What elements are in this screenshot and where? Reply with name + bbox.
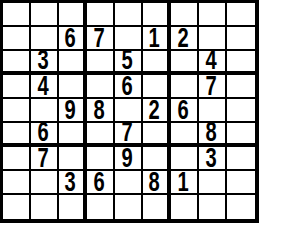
cell-r2c9[interactable]: [227, 27, 255, 51]
cell-r9c2[interactable]: [31, 195, 59, 219]
cell-r7c8[interactable]: 3: [199, 147, 227, 171]
cell-r3c1[interactable]: [3, 51, 31, 75]
cell-r7c2[interactable]: 7: [31, 147, 59, 171]
cell-r3c4[interactable]: [87, 51, 115, 75]
cell-r6c4[interactable]: [87, 123, 115, 147]
cell-r3c6[interactable]: [143, 51, 171, 75]
cell-r8c4[interactable]: 6: [87, 171, 115, 195]
given-digit: 4: [38, 74, 49, 97]
cell-r8c9[interactable]: [227, 171, 255, 195]
cell-r7c9[interactable]: [227, 147, 255, 171]
given-digit: 2: [149, 98, 160, 121]
cell-r9c8[interactable]: [199, 195, 227, 219]
cell-r5c9[interactable]: [227, 99, 255, 123]
given-digit: 9: [65, 98, 76, 121]
cell-r8c7[interactable]: 1: [171, 171, 199, 195]
cell-r1c1[interactable]: [3, 3, 31, 27]
given-digit: 7: [38, 146, 49, 169]
cell-r9c1[interactable]: [3, 195, 31, 219]
given-digit: 1: [149, 26, 160, 49]
given-digit: 6: [178, 98, 189, 121]
given-digit: 4: [206, 48, 217, 71]
cell-r8c5[interactable]: [115, 171, 143, 195]
cell-r4c5[interactable]: 6: [115, 75, 143, 99]
given-digit: 8: [206, 120, 217, 143]
cell-r1c5[interactable]: [115, 3, 143, 27]
cell-r2c7[interactable]: 2: [171, 27, 199, 51]
given-digit: 5: [122, 48, 133, 71]
cell-r7c5[interactable]: 9: [115, 147, 143, 171]
given-digit: 7: [94, 26, 105, 49]
cell-r8c8[interactable]: [199, 171, 227, 195]
cell-r5c4[interactable]: 8: [87, 99, 115, 123]
cell-r1c9[interactable]: [227, 3, 255, 27]
cell-r2c1[interactable]: [3, 27, 31, 51]
given-digit: 8: [94, 98, 105, 121]
given-digit: 3: [65, 170, 76, 193]
cell-r2c6[interactable]: 1: [143, 27, 171, 51]
given-digit: 7: [122, 120, 133, 143]
given-digit: 7: [206, 74, 217, 97]
cell-r9c5[interactable]: [115, 195, 143, 219]
cell-r2c3[interactable]: 6: [59, 27, 87, 51]
given-digit: 3: [38, 48, 49, 71]
sudoku-board: 671235446798266787933681: [0, 0, 259, 223]
cell-r8c2[interactable]: [31, 171, 59, 195]
cell-r9c3[interactable]: [59, 195, 87, 219]
given-digit: 2: [178, 26, 189, 49]
given-digit: 3: [206, 146, 217, 169]
cell-r5c3[interactable]: 9: [59, 99, 87, 123]
cell-r7c1[interactable]: [3, 147, 31, 171]
cell-r8c3[interactable]: 3: [59, 171, 87, 195]
cell-r5c6[interactable]: 2: [143, 99, 171, 123]
cell-r4c9[interactable]: [227, 75, 255, 99]
cell-r6c7[interactable]: [171, 123, 199, 147]
given-digit: 6: [94, 170, 105, 193]
cell-r3c3[interactable]: [59, 51, 87, 75]
cell-r6c1[interactable]: [3, 123, 31, 147]
cell-r3c7[interactable]: [171, 51, 199, 75]
cell-r9c9[interactable]: [227, 195, 255, 219]
cell-r4c8[interactable]: 7: [199, 75, 227, 99]
cell-r4c1[interactable]: [3, 75, 31, 99]
cell-r6c6[interactable]: [143, 123, 171, 147]
cell-r3c9[interactable]: [227, 51, 255, 75]
cell-r2c4[interactable]: 7: [87, 27, 115, 51]
cell-r5c7[interactable]: 6: [171, 99, 199, 123]
given-digit: 8: [149, 170, 160, 193]
cell-r8c6[interactable]: 8: [143, 171, 171, 195]
cell-r1c2[interactable]: [31, 3, 59, 27]
cell-r9c4[interactable]: [87, 195, 115, 219]
cell-r8c1[interactable]: [3, 171, 31, 195]
given-digit: 6: [65, 26, 76, 49]
cell-r6c9[interactable]: [227, 123, 255, 147]
cell-r5c1[interactable]: [3, 99, 31, 123]
cell-r6c3[interactable]: [59, 123, 87, 147]
given-digit: 9: [122, 146, 133, 169]
cell-r9c6[interactable]: [143, 195, 171, 219]
given-digit: 1: [178, 170, 189, 193]
given-digit: 6: [122, 74, 133, 97]
cell-r4c2[interactable]: 4: [31, 75, 59, 99]
cell-r1c8[interactable]: [199, 3, 227, 27]
given-digit: 6: [38, 120, 49, 143]
cell-r9c7[interactable]: [171, 195, 199, 219]
